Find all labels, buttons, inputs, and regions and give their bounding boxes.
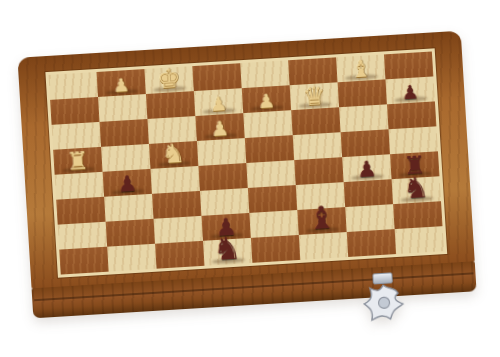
square-b8[interactable]: ♟ bbox=[96, 69, 145, 97]
square-h2[interactable] bbox=[393, 201, 442, 229]
square-e5[interactable] bbox=[245, 135, 294, 163]
folding-chess-box: ♟♚♝♟♟♛♟♟♜♞♟♟♜♞♟♝♞ bbox=[17, 31, 476, 319]
square-d3[interactable] bbox=[200, 188, 249, 216]
square-g4[interactable]: ♟ bbox=[342, 154, 391, 182]
square-h6[interactable] bbox=[387, 101, 436, 129]
queen-glyph: ♛ bbox=[302, 84, 326, 108]
square-b3[interactable] bbox=[104, 194, 153, 222]
square-d4[interactable] bbox=[198, 163, 247, 191]
white-queen-f7[interactable]: ♛ bbox=[290, 83, 339, 109]
square-d1[interactable]: ♞ bbox=[203, 238, 252, 266]
king-glyph: ♚ bbox=[157, 67, 182, 92]
black-pawn-h7[interactable]: ♟ bbox=[386, 83, 435, 104]
board-frame: ♟♚♝♟♟♛♟♟♜♞♟♟♜♞♟♝♞ bbox=[17, 31, 474, 290]
square-b4[interactable]: ♟ bbox=[103, 169, 152, 197]
square-h3[interactable]: ♞ bbox=[392, 176, 441, 204]
square-e3[interactable] bbox=[248, 185, 297, 213]
square-c4[interactable] bbox=[150, 166, 199, 194]
square-c8[interactable]: ♚ bbox=[144, 66, 193, 94]
square-b6[interactable] bbox=[100, 119, 149, 147]
rook-glyph: ♜ bbox=[66, 150, 89, 173]
black-bishop-f2[interactable]: ♝ bbox=[297, 203, 347, 234]
bishop-glyph: ♝ bbox=[307, 203, 336, 233]
square-e7[interactable]: ♟ bbox=[242, 85, 291, 113]
square-e8[interactable] bbox=[240, 60, 289, 88]
square-c2[interactable] bbox=[154, 216, 203, 244]
square-g6[interactable] bbox=[339, 104, 388, 132]
square-b2[interactable] bbox=[106, 219, 155, 247]
white-pawn-b8[interactable]: ♟ bbox=[97, 76, 146, 96]
square-c7[interactable] bbox=[146, 91, 195, 119]
square-d5[interactable] bbox=[197, 138, 246, 166]
square-g3[interactable] bbox=[344, 179, 393, 207]
square-c1[interactable] bbox=[155, 241, 204, 269]
square-d7[interactable]: ♟ bbox=[194, 88, 243, 116]
white-knight-c5[interactable]: ♞ bbox=[149, 141, 198, 168]
black-pawn-g4[interactable]: ♟ bbox=[342, 158, 391, 181]
knight-glyph: ♞ bbox=[402, 174, 430, 202]
square-a8[interactable] bbox=[49, 72, 98, 100]
square-f4[interactable] bbox=[294, 157, 343, 185]
square-h1[interactable] bbox=[395, 226, 444, 254]
square-h7[interactable]: ♟ bbox=[385, 76, 434, 104]
knight-glyph: ♞ bbox=[161, 142, 186, 167]
square-d8[interactable] bbox=[192, 63, 241, 91]
square-g2[interactable] bbox=[345, 204, 394, 232]
square-f2[interactable]: ♝ bbox=[297, 207, 346, 235]
square-b7[interactable] bbox=[98, 94, 147, 122]
pawn-glyph: ♟ bbox=[356, 159, 377, 180]
square-a4[interactable] bbox=[55, 172, 104, 200]
square-a6[interactable] bbox=[52, 122, 101, 150]
square-a2[interactable] bbox=[58, 222, 107, 250]
pawn-glyph: ♟ bbox=[401, 84, 419, 102]
white-bishop-g8[interactable]: ♝ bbox=[336, 57, 385, 81]
square-f1[interactable] bbox=[299, 232, 348, 260]
chess-board-grid: ♟♚♝♟♟♛♟♟♜♞♟♟♜♞♟♝♞ bbox=[49, 51, 444, 274]
square-e6[interactable] bbox=[243, 110, 292, 138]
square-g7[interactable] bbox=[338, 79, 387, 107]
square-f7[interactable]: ♛ bbox=[290, 82, 339, 110]
square-d6[interactable]: ♟ bbox=[195, 113, 244, 141]
square-c3[interactable] bbox=[152, 191, 201, 219]
square-b1[interactable] bbox=[107, 244, 156, 272]
bishop-glyph: ♝ bbox=[350, 58, 372, 80]
white-king-c8[interactable]: ♚ bbox=[144, 66, 193, 93]
pawn-glyph: ♟ bbox=[113, 77, 130, 95]
pawn-glyph: ♟ bbox=[211, 119, 230, 138]
square-b5[interactable] bbox=[101, 144, 150, 172]
black-knight-d1[interactable]: ♞ bbox=[203, 233, 253, 264]
black-knight-h3[interactable]: ♞ bbox=[391, 174, 441, 204]
pawn-glyph: ♟ bbox=[117, 174, 138, 195]
square-a3[interactable] bbox=[56, 197, 105, 225]
square-g8[interactable]: ♝ bbox=[336, 54, 385, 82]
square-e4[interactable] bbox=[246, 160, 295, 188]
white-pawn-d6[interactable]: ♟ bbox=[196, 118, 245, 140]
square-c5[interactable]: ♞ bbox=[149, 141, 198, 169]
square-f6[interactable] bbox=[291, 107, 340, 135]
square-a5[interactable]: ♜ bbox=[53, 147, 102, 175]
pawn-glyph: ♟ bbox=[258, 92, 276, 110]
square-f5[interactable] bbox=[293, 132, 342, 160]
white-pawn-e7[interactable]: ♟ bbox=[242, 92, 291, 113]
chess-set-photo: ♟♚♝♟♟♛♟♟♜♞♟♟♜♞♟♝♞ bbox=[0, 0, 500, 357]
square-a1[interactable] bbox=[59, 247, 108, 275]
square-g1[interactable] bbox=[347, 229, 396, 257]
white-rook-a5[interactable]: ♜ bbox=[53, 149, 102, 174]
square-g5[interactable] bbox=[341, 129, 390, 157]
black-pawn-b4[interactable]: ♟ bbox=[103, 173, 152, 196]
board-inlay-border: ♟♚♝♟♟♛♟♟♜♞♟♟♜♞♟♝♞ bbox=[45, 48, 447, 277]
square-e1[interactable] bbox=[251, 235, 300, 263]
latch-clasp-icon bbox=[361, 281, 408, 328]
square-h8[interactable] bbox=[384, 51, 433, 79]
metal-latch bbox=[357, 271, 411, 336]
square-e2[interactable] bbox=[249, 210, 298, 238]
pawn-glyph: ♟ bbox=[210, 95, 228, 113]
white-pawn-d7[interactable]: ♟ bbox=[194, 94, 243, 115]
square-a7[interactable] bbox=[50, 97, 99, 125]
knight-glyph: ♞ bbox=[213, 234, 242, 264]
